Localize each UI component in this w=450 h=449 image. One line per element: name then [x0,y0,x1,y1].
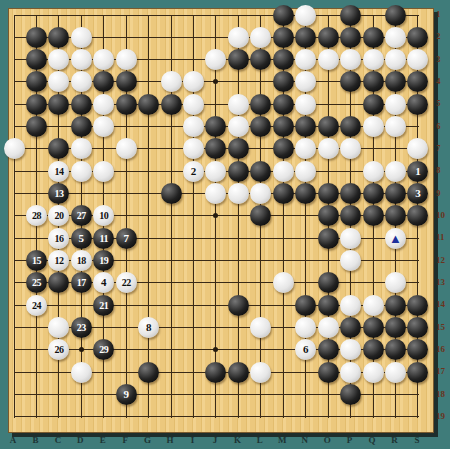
stone-s16-black[interactable] [407,339,428,360]
stone-p6-black[interactable] [340,116,361,137]
stone-b6-black[interactable] [26,116,47,137]
stone-m9-black[interactable] [273,183,294,204]
col-label-a: A [5,435,21,445]
stone-k2-white[interactable] [228,27,249,48]
stone-c10-white[interactable]: 20 [48,205,69,226]
stone-o10-black[interactable] [318,205,339,226]
stone-i4-white[interactable] [183,71,204,92]
move-number-label: 12 [54,250,63,271]
stone-s3-white[interactable] [407,49,428,70]
move-number-label: 25 [32,272,41,293]
move-number-label: 4 [101,272,107,293]
move-number-label: 20 [54,205,63,226]
stone-i7-white[interactable] [183,138,204,159]
stone-q14-white[interactable] [363,295,384,316]
stone-r11-white[interactable]: ▲ [385,228,406,249]
stone-j3-white[interactable] [205,49,226,70]
move-number-label: 24 [32,295,41,316]
row-label-7: 7 [436,143,450,153]
stone-q9-black[interactable] [363,183,384,204]
stone-l17-white[interactable] [250,362,271,383]
col-label-e: E [95,435,111,445]
stone-d7-white[interactable] [71,138,92,159]
row-label-4: 4 [436,76,450,86]
stone-n16-white[interactable]: 6 [295,339,316,360]
stone-r16-black[interactable] [385,339,406,360]
col-label-n: N [297,435,313,445]
col-label-l: L [252,435,268,445]
col-label-q: Q [364,435,380,445]
stone-d15-black[interactable]: 23 [71,317,92,338]
stone-s7-white[interactable] [407,138,428,159]
stone-o9-black[interactable] [318,183,339,204]
stone-n1-white[interactable] [295,5,316,26]
grid-line-horizontal [14,416,419,417]
col-label-p: P [342,435,358,445]
move-number-label: 18 [77,250,86,271]
col-label-o: O [319,435,335,445]
stone-m5-black[interactable] [273,94,294,115]
stone-e4-black[interactable] [93,71,114,92]
move-number-label: 9 [123,384,129,405]
move-number-label: 15 [32,250,41,271]
stone-m1-black[interactable] [273,5,294,26]
move-number-label: 23 [77,317,86,338]
stone-d4-white[interactable] [71,71,92,92]
stone-e6-white[interactable] [93,116,114,137]
stone-b14-white[interactable]: 24 [26,295,47,316]
stone-o17-black[interactable] [318,362,339,383]
stone-c5-black[interactable] [48,94,69,115]
move-number-label: 5 [79,228,85,249]
stone-s10-black[interactable] [407,205,428,226]
stone-n14-black[interactable] [295,295,316,316]
col-label-g: G [140,435,156,445]
stone-p4-black[interactable] [340,71,361,92]
stone-k8-black[interactable] [228,161,249,182]
stone-o16-black[interactable] [318,339,339,360]
stone-c4-white[interactable] [48,71,69,92]
move-number-label: 28 [32,205,41,226]
move-number-label: 16 [54,228,63,249]
stone-l8-black[interactable] [250,161,271,182]
move-number-label: 29 [99,339,108,360]
col-label-s: S [409,435,425,445]
stone-k5-white[interactable] [228,94,249,115]
col-label-f: F [117,435,133,445]
stone-r10-black[interactable] [385,205,406,226]
stone-n8-white[interactable] [295,161,316,182]
stone-g15-white[interactable]: 8 [138,317,159,338]
stone-o11-black[interactable] [318,228,339,249]
stone-e11-black[interactable]: 11 [93,228,114,249]
move-number-label: 22 [122,272,131,293]
stone-k17-black[interactable] [228,362,249,383]
stone-o3-white[interactable] [318,49,339,70]
stone-n2-black[interactable] [295,27,316,48]
star-point [79,347,84,352]
stone-m8-white[interactable] [273,161,294,182]
stone-c15-white[interactable] [48,317,69,338]
stone-p15-black[interactable] [340,317,361,338]
stone-i6-white[interactable] [183,116,204,137]
stone-o13-black[interactable] [318,272,339,293]
stone-m13-white[interactable] [273,272,294,293]
row-label-13: 13 [436,277,450,287]
move-number-label: 3 [415,183,421,204]
stone-q16-black[interactable] [363,339,384,360]
stone-c2-black[interactable] [48,27,69,48]
stone-j6-black[interactable] [205,116,226,137]
stone-b3-black[interactable] [26,49,47,70]
stone-j17-black[interactable] [205,362,226,383]
stone-r13-white[interactable] [385,272,406,293]
stone-d5-black[interactable] [71,94,92,115]
stone-p10-black[interactable] [340,205,361,226]
row-label-1: 1 [436,9,450,19]
stone-e12-black[interactable]: 19 [93,250,114,271]
stone-h4-white[interactable] [161,71,182,92]
stone-s8-black[interactable]: 1 [407,161,428,182]
stone-n6-black[interactable] [295,116,316,137]
stone-q10-black[interactable] [363,205,384,226]
stone-m3-black[interactable] [273,49,294,70]
stone-s2-black[interactable] [407,27,428,48]
stone-j8-white[interactable] [205,161,226,182]
stone-d17-white[interactable] [71,362,92,383]
stone-s17-black[interactable] [407,362,428,383]
col-label-r: R [386,435,402,445]
stone-q3-white[interactable] [363,49,384,70]
stone-l6-black[interactable] [250,116,271,137]
stone-l9-white[interactable] [250,183,271,204]
stone-r9-black[interactable] [385,183,406,204]
row-label-9: 9 [436,188,450,198]
row-label-19: 19 [436,411,450,421]
stone-p17-white[interactable] [340,362,361,383]
move-number-label: 21 [99,295,108,316]
stone-c13-black[interactable] [48,272,69,293]
grid-line-vertical [148,15,149,418]
row-label-3: 3 [436,54,450,64]
col-label-d: D [72,435,88,445]
stone-b4-black[interactable] [26,71,47,92]
stone-d6-black[interactable] [71,116,92,137]
stone-k9-white[interactable] [228,183,249,204]
stone-p1-black[interactable] [340,5,361,26]
stone-c7-black[interactable] [48,138,69,159]
move-number-label: 10 [99,205,108,226]
stone-c16-white[interactable]: 26 [48,339,69,360]
column-labels: ABCDEFGHIJKLMNOPQRS [0,435,450,449]
stone-i8-white[interactable]: 2 [183,161,204,182]
col-label-b: B [27,435,43,445]
stone-b10-white[interactable]: 28 [26,205,47,226]
row-labels: 12345678910111213141516171819 [436,0,450,449]
stone-r15-black[interactable] [385,317,406,338]
stone-q8-white[interactable] [363,161,384,182]
stone-s15-black[interactable] [407,317,428,338]
stone-q5-black[interactable] [363,94,384,115]
stone-r2-white[interactable] [385,27,406,48]
go-board[interactable]: 142113328202710165117▲151218192517422242… [8,8,434,433]
stone-o15-white[interactable] [318,317,339,338]
stone-b2-black[interactable] [26,27,47,48]
stone-c11-white[interactable]: 16 [48,228,69,249]
stone-c9-black[interactable]: 13 [48,183,69,204]
stone-l15-white[interactable] [250,317,271,338]
row-label-5: 5 [436,98,450,108]
stone-c12-white[interactable]: 12 [48,250,69,271]
stone-g17-black[interactable] [138,362,159,383]
stone-s5-black[interactable] [407,94,428,115]
stone-n15-white[interactable] [295,317,316,338]
stone-l10-black[interactable] [250,205,271,226]
stone-e16-black[interactable]: 29 [93,339,114,360]
stone-r3-white[interactable] [385,49,406,70]
stone-m6-black[interactable] [273,116,294,137]
stone-n5-white[interactable] [295,94,316,115]
col-label-j: J [207,435,223,445]
stone-p3-white[interactable] [340,49,361,70]
stone-n7-white[interactable] [295,138,316,159]
row-label-8: 8 [436,165,450,175]
stone-d8-white[interactable] [71,161,92,182]
grid-line-vertical [14,15,15,418]
go-game-window: 142113328202710165117▲151218192517422242… [0,0,450,449]
move-number-label: 26 [54,339,63,360]
stone-m7-black[interactable] [273,138,294,159]
stone-e10-white[interactable]: 10 [93,205,114,226]
move-number-label: 17 [77,272,86,293]
move-number-label: 13 [54,183,63,204]
stone-r17-white[interactable] [385,362,406,383]
stone-j9-white[interactable] [205,183,226,204]
stone-b13-black[interactable]: 25 [26,272,47,293]
stone-b12-black[interactable]: 15 [26,250,47,271]
row-label-17: 17 [436,366,450,376]
move-number-label: 6 [303,339,309,360]
row-label-14: 14 [436,299,450,309]
stone-e14-black[interactable]: 21 [93,295,114,316]
stone-p2-black[interactable] [340,27,361,48]
stone-r6-white[interactable] [385,116,406,137]
row-label-10: 10 [436,210,450,220]
stone-c8-white[interactable]: 14 [48,161,69,182]
stone-f4-black[interactable] [116,71,137,92]
col-label-k: K [229,435,245,445]
stone-r4-black[interactable] [385,71,406,92]
star-point [213,79,218,84]
stone-k7-black[interactable] [228,138,249,159]
stone-l3-black[interactable] [250,49,271,70]
stone-q4-black[interactable] [363,71,384,92]
stone-r1-black[interactable] [385,5,406,26]
stone-f18-black[interactable]: 9 [116,384,137,405]
col-label-h: H [162,435,178,445]
stone-r8-white[interactable] [385,161,406,182]
stone-o14-black[interactable] [318,295,339,316]
row-label-15: 15 [436,322,450,332]
row-label-11: 11 [436,232,450,242]
stone-d12-white[interactable]: 18 [71,250,92,271]
stone-o6-black[interactable] [318,116,339,137]
star-point [213,347,218,352]
stone-m2-black[interactable] [273,27,294,48]
stone-i5-white[interactable] [183,94,204,115]
stone-n4-white[interactable] [295,71,316,92]
stone-l5-black[interactable] [250,94,271,115]
row-label-6: 6 [436,121,450,131]
move-number-label: 19 [99,250,108,271]
stone-p11-white[interactable] [340,228,361,249]
star-point [213,213,218,218]
stone-p12-white[interactable] [340,250,361,271]
stone-r14-black[interactable] [385,295,406,316]
stone-k3-black[interactable] [228,49,249,70]
stone-m4-black[interactable] [273,71,294,92]
grid-line-vertical [238,15,239,418]
stone-d2-white[interactable] [71,27,92,48]
move-number-label: 1 [415,161,421,182]
stone-f5-black[interactable] [116,94,137,115]
stone-d10-black[interactable]: 27 [71,205,92,226]
stone-d11-black[interactable]: 5 [71,228,92,249]
row-label-16: 16 [436,344,450,354]
move-number-label: 7 [123,228,129,249]
stone-l2-white[interactable] [250,27,271,48]
stone-p14-white[interactable] [340,295,361,316]
move-number-label: 14 [54,161,63,182]
stone-r5-white[interactable] [385,94,406,115]
stone-s4-black[interactable] [407,71,428,92]
stone-h5-black[interactable] [161,94,182,115]
stone-e8-white[interactable] [93,161,114,182]
stone-d3-white[interactable] [71,49,92,70]
stone-s9-black[interactable]: 3 [407,183,428,204]
row-label-2: 2 [436,31,450,41]
stone-f13-white[interactable]: 22 [116,272,137,293]
stone-p7-white[interactable] [340,138,361,159]
row-label-12: 12 [436,255,450,265]
row-label-18: 18 [436,389,450,399]
col-label-i: I [185,435,201,445]
stone-q6-white[interactable] [363,116,384,137]
stone-j7-black[interactable] [205,138,226,159]
col-label-m: M [274,435,290,445]
stone-n3-white[interactable] [295,49,316,70]
stone-o2-black[interactable] [318,27,339,48]
stone-f3-white[interactable] [116,49,137,70]
stone-q2-black[interactable] [363,27,384,48]
stone-f7-white[interactable] [116,138,137,159]
stone-q15-black[interactable] [363,317,384,338]
stone-g5-black[interactable] [138,94,159,115]
stone-k6-white[interactable] [228,116,249,137]
col-label-c: C [50,435,66,445]
stone-a7-white[interactable] [4,138,25,159]
stone-d13-black[interactable]: 17 [71,272,92,293]
stone-p18-black[interactable] [340,384,361,405]
stone-b5-black[interactable] [26,94,47,115]
move-number-label: 2 [191,161,197,182]
stone-e5-white[interactable] [93,94,114,115]
stone-e3-white[interactable] [93,49,114,70]
stone-c3-white[interactable] [48,49,69,70]
stone-s14-black[interactable] [407,295,428,316]
stone-k14-black[interactable] [228,295,249,316]
stone-p9-black[interactable] [340,183,361,204]
triangle-marker-icon: ▲ [389,228,402,249]
stone-e13-white[interactable]: 4 [93,272,114,293]
move-number-label: 11 [100,228,108,249]
stone-n9-black[interactable] [295,183,316,204]
stone-f11-black[interactable]: 7 [116,228,137,249]
move-number-label: 8 [146,317,152,338]
move-number-label: 27 [77,205,86,226]
stone-p16-white[interactable] [340,339,361,360]
stone-h9-black[interactable] [161,183,182,204]
stone-o7-white[interactable] [318,138,339,159]
stone-q17-white[interactable] [363,362,384,383]
